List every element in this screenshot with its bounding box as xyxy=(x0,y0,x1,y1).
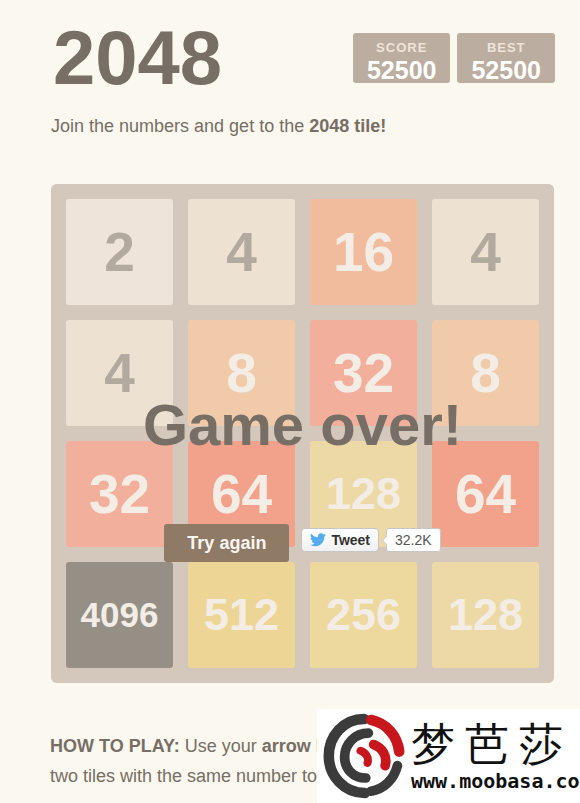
page-title: 2048 xyxy=(53,20,222,96)
subtitle-text: Join the numbers and get to the xyxy=(51,116,309,136)
tweet-button[interactable]: Tweet xyxy=(301,528,379,552)
tweet-widget: Tweet 32.2K xyxy=(301,528,440,552)
watermark-url: www.moobasa.com xyxy=(411,769,580,793)
how-to-play-label: HOW TO PLAY: xyxy=(50,736,180,756)
game-over-layer: Game over! Try again Tweet 32.2K xyxy=(51,184,554,683)
score-value: 52500 xyxy=(367,56,437,85)
twitter-bird-icon xyxy=(310,533,326,547)
subtitle-goal: 2048 tile! xyxy=(309,116,386,136)
tweet-button-label: Tweet xyxy=(331,532,370,548)
watermark-brand: 梦芭莎 xyxy=(411,719,580,769)
game-over-message: Game over! xyxy=(51,394,554,456)
score-box: SCORE 52500 xyxy=(353,33,451,83)
watermark-text: 梦芭莎 www.moobasa.com xyxy=(411,719,580,793)
best-label: BEST xyxy=(471,40,541,55)
best-box: BEST 52500 xyxy=(457,33,555,83)
game-over-actions: Try again Tweet 32.2K xyxy=(51,524,554,562)
try-again-button[interactable]: Try again xyxy=(164,524,289,562)
subtitle: Join the numbers and get to the 2048 til… xyxy=(51,116,386,137)
tweet-count[interactable]: 32.2K xyxy=(386,528,441,552)
2048-app: 2048 SCORE 52500 BEST 52500 Join the num… xyxy=(0,0,580,803)
moobasa-logo-icon xyxy=(319,712,409,800)
watermark: 梦芭莎 www.moobasa.com xyxy=(317,709,580,803)
best-value: 52500 xyxy=(471,56,541,85)
game-board: 24164483283264128644096512256128 Game ov… xyxy=(51,184,554,683)
score-panel: SCORE 52500 BEST 52500 xyxy=(353,33,555,83)
score-label: SCORE xyxy=(367,40,437,55)
how-to-play-text: Use your xyxy=(180,736,262,756)
